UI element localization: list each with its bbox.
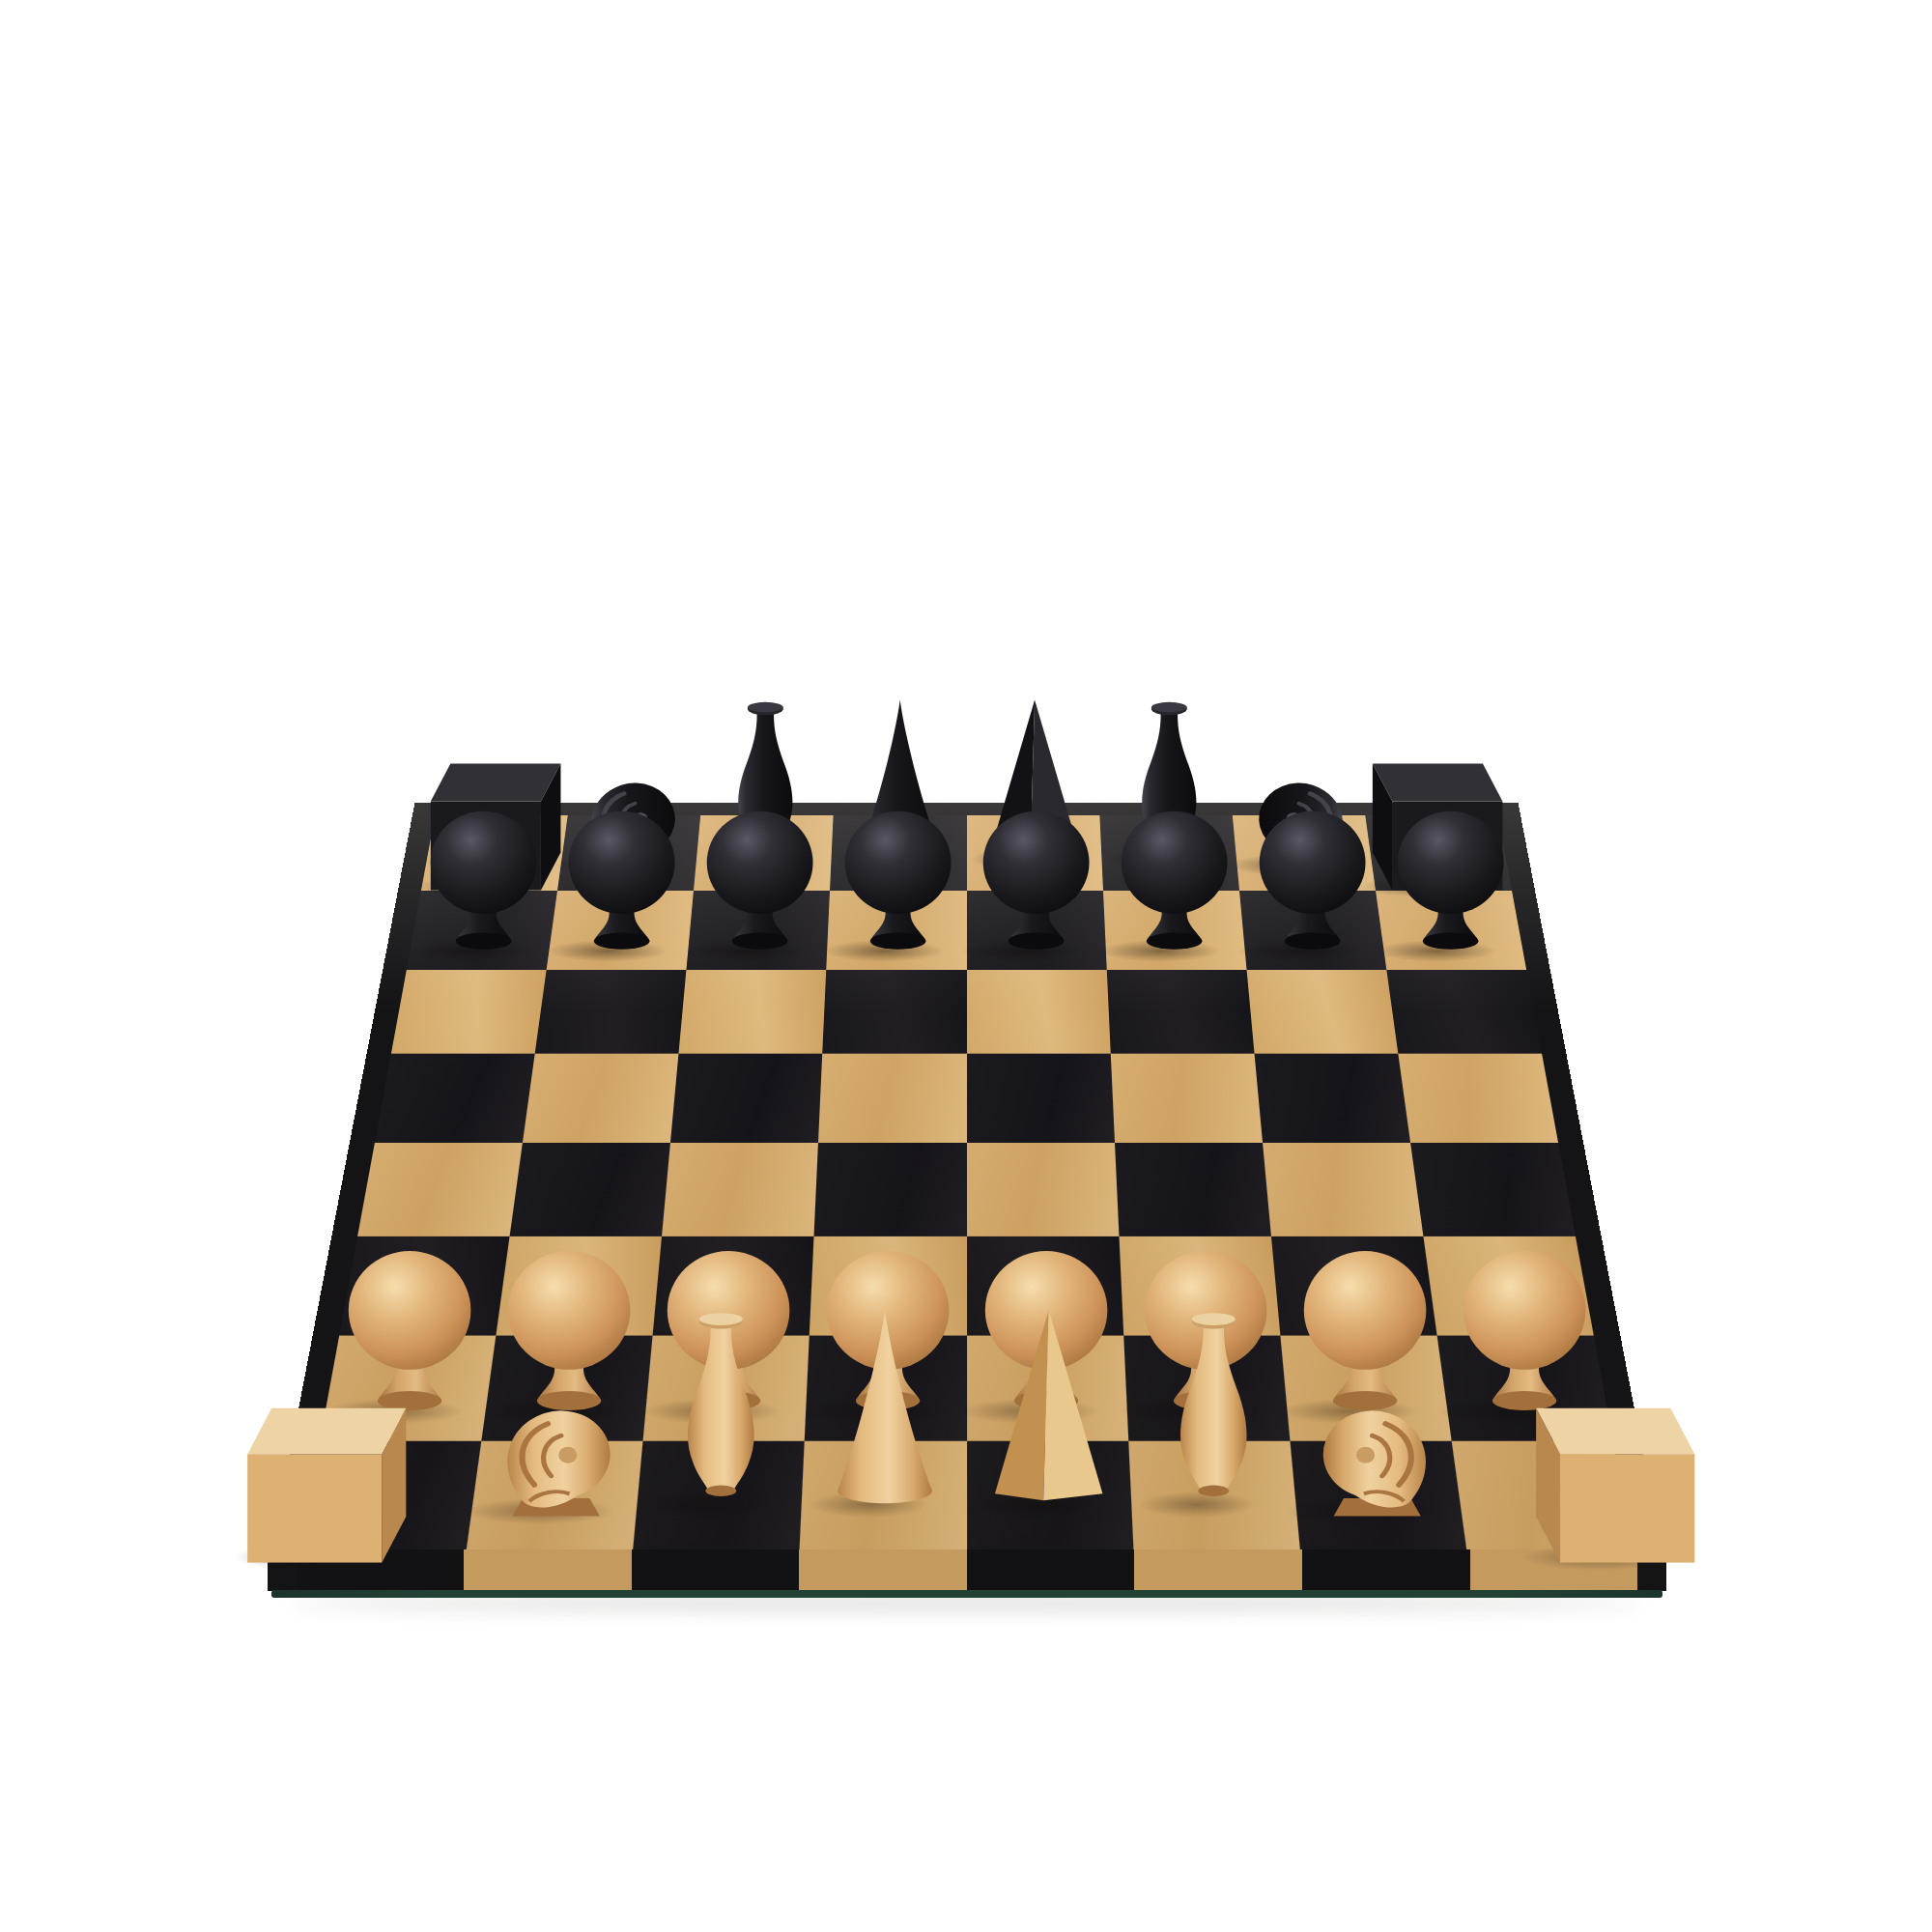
- white-rook-h1[interactable]: [1529, 1402, 1701, 1566]
- front-edge-f1: [1134, 1549, 1302, 1591]
- product-photo-background: [0, 0, 1932, 1932]
- front-edge-c1: [632, 1549, 800, 1591]
- white-knight-g1[interactable]: [1293, 1358, 1461, 1520]
- white-knight-b1[interactable]: [472, 1358, 639, 1520]
- white-pawn-h2[interactable]: [1448, 1248, 1601, 1420]
- black-pawn-c7[interactable]: [694, 809, 826, 957]
- front-edge-b1: [464, 1549, 632, 1591]
- black-pawn-d7[interactable]: [832, 809, 964, 957]
- black-pawn-b7[interactable]: [555, 809, 688, 957]
- felt-edge: [271, 1590, 1662, 1598]
- front-edge-g1: [1302, 1549, 1470, 1591]
- front-edge-d1: [799, 1549, 967, 1591]
- white-queen-d1[interactable]: [819, 1306, 951, 1513]
- white-rook-a1[interactable]: [241, 1402, 412, 1566]
- black-pawn-g7[interactable]: [1246, 809, 1378, 957]
- white-king-e1[interactable]: [981, 1306, 1116, 1513]
- white-bishop-c1[interactable]: [657, 1306, 785, 1513]
- black-pawn-f7[interactable]: [1108, 809, 1240, 957]
- black-pawn-a7[interactable]: [417, 809, 550, 957]
- white-pawn-a2[interactable]: [333, 1248, 486, 1420]
- board-shadow: [290, 1596, 1642, 1611]
- front-edge-e1: [967, 1549, 1135, 1591]
- white-bishop-f1[interactable]: [1150, 1306, 1278, 1513]
- board-front-edge: [268, 1549, 1666, 1591]
- pieces-layer: [0, 0, 1932, 1932]
- black-pawn-e7[interactable]: [970, 809, 1102, 957]
- black-pawn-h7[interactable]: [1384, 809, 1517, 957]
